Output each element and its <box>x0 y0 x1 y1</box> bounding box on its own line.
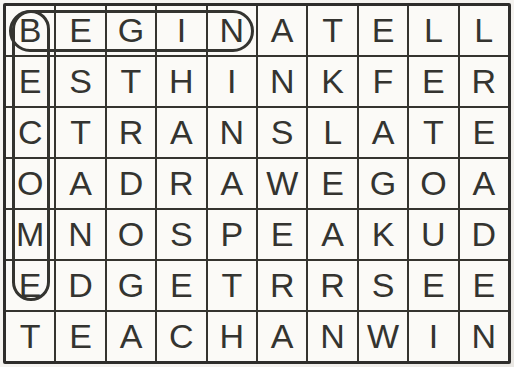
grid-cell-r1c6: A <box>258 6 306 55</box>
grid-cell-r2c10: R <box>460 57 508 106</box>
grid-cell-r6c4: E <box>157 261 205 310</box>
grid-cell-r1c2: E <box>56 6 104 55</box>
grid-cell-r7c3: A <box>107 312 155 361</box>
grid-cell-r6c1: E <box>6 261 54 310</box>
grid-cell-r3c6: S <box>258 108 306 157</box>
grid-cell-r6c8: S <box>359 261 407 310</box>
grid-cell-r1c4: I <box>157 6 205 55</box>
grid-cell-r3c5: N <box>208 108 256 157</box>
grid-cell-r4c1: O <box>6 159 54 208</box>
grid-cell-r7c2: E <box>56 312 104 361</box>
grid-cell-r2c2: S <box>56 57 104 106</box>
grid-cell-r1c1: B <box>6 6 54 55</box>
grid-cell-r7c1: T <box>6 312 54 361</box>
grid-cell-r2c1: E <box>6 57 54 106</box>
grid-cell-r7c7: N <box>308 312 356 361</box>
grid-cell-r1c7: T <box>308 6 356 55</box>
grid-cell-r3c9: T <box>409 108 457 157</box>
grid-cell-r2c9: E <box>409 57 457 106</box>
grid-cell-r5c3: O <box>107 210 155 259</box>
grid-cell-r4c6: W <box>258 159 306 208</box>
grid-cell-r5c5: P <box>208 210 256 259</box>
grid-cell-r1c8: E <box>359 6 407 55</box>
grid-cell-r6c3: G <box>107 261 155 310</box>
word-search-grid: BEGINATELLESTHINKFERCTRANSLATEOADRAWEGOA… <box>6 6 508 361</box>
grid-cell-r7c8: W <box>359 312 407 361</box>
grid-cell-r3c3: R <box>107 108 155 157</box>
grid-cell-r1c3: G <box>107 6 155 55</box>
grid-cell-r1c9: L <box>409 6 457 55</box>
grid-cell-r2c8: F <box>359 57 407 106</box>
word-search-board: BEGINATELLESTHINKFERCTRANSLATEOADRAWEGOA… <box>3 3 511 364</box>
grid-cell-r2c5: I <box>208 57 256 106</box>
grid-cell-r3c7: L <box>308 108 356 157</box>
grid-cell-r6c10: E <box>460 261 508 310</box>
grid-cell-r6c2: D <box>56 261 104 310</box>
grid-cell-r5c4: S <box>157 210 205 259</box>
grid-cell-r5c6: E <box>258 210 306 259</box>
grid-cell-r7c4: C <box>157 312 205 361</box>
grid-cell-r2c3: T <box>107 57 155 106</box>
grid-cell-r4c8: G <box>359 159 407 208</box>
grid-cell-r1c5: N <box>208 6 256 55</box>
grid-cell-r3c2: T <box>56 108 104 157</box>
grid-cell-r7c5: H <box>208 312 256 361</box>
scanned-worksheet: BEGINATELLESTHINKFERCTRANSLATEOADRAWEGOA… <box>0 0 514 367</box>
grid-cell-r3c10: E <box>460 108 508 157</box>
grid-cell-r7c6: A <box>258 312 306 361</box>
grid-cell-r3c8: A <box>359 108 407 157</box>
grid-cell-r4c2: A <box>56 159 104 208</box>
grid-cell-r5c8: K <box>359 210 407 259</box>
grid-cell-r5c2: N <box>56 210 104 259</box>
grid-cell-r6c6: R <box>258 261 306 310</box>
grid-cell-r4c3: D <box>107 159 155 208</box>
grid-cell-r1c10: L <box>460 6 508 55</box>
grid-cell-r5c1: M <box>6 210 54 259</box>
grid-cell-r2c4: H <box>157 57 205 106</box>
grid-cell-r6c7: R <box>308 261 356 310</box>
grid-cell-r4c9: O <box>409 159 457 208</box>
grid-cell-r4c10: A <box>460 159 508 208</box>
grid-cell-r7c10: N <box>460 312 508 361</box>
grid-cell-r6c9: E <box>409 261 457 310</box>
grid-cell-r4c7: E <box>308 159 356 208</box>
grid-cell-r4c4: R <box>157 159 205 208</box>
grid-cell-r3c1: C <box>6 108 54 157</box>
grid-cell-r2c6: N <box>258 57 306 106</box>
grid-cell-r6c5: T <box>208 261 256 310</box>
grid-cell-r2c7: K <box>308 57 356 106</box>
grid-cell-r4c5: A <box>208 159 256 208</box>
grid-cell-r5c10: D <box>460 210 508 259</box>
grid-cell-r3c4: A <box>157 108 205 157</box>
grid-cell-r5c7: A <box>308 210 356 259</box>
grid-cell-r5c9: U <box>409 210 457 259</box>
grid-cell-r7c9: I <box>409 312 457 361</box>
